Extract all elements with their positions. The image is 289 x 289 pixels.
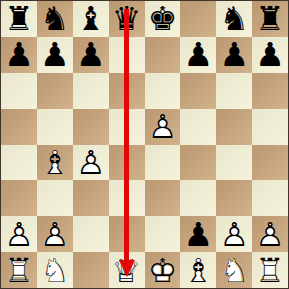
- piece-fill: ♛: [109, 1, 145, 37]
- piece-fill: ♟: [252, 37, 288, 73]
- square-h4[interactable]: [252, 145, 288, 181]
- square-e7[interactable]: [145, 37, 181, 73]
- square-a4[interactable]: [1, 145, 37, 181]
- square-e4[interactable]: [145, 145, 181, 181]
- piece-outline: ♙: [216, 216, 252, 252]
- piece-fill: ♟: [1, 37, 37, 73]
- square-f7[interactable]: ♟: [180, 37, 216, 73]
- square-e8[interactable]: ♚: [145, 1, 181, 37]
- piece-black-bishop[interactable]: ♝: [73, 1, 109, 37]
- square-c4[interactable]: ♟♙: [73, 145, 109, 181]
- square-f5[interactable]: [180, 109, 216, 145]
- square-e3[interactable]: [145, 180, 181, 216]
- piece-black-pawn[interactable]: ♟: [1, 37, 37, 73]
- piece-white-pawn[interactable]: ♟♙: [216, 216, 252, 252]
- square-a8[interactable]: ♜: [1, 1, 37, 37]
- square-b5[interactable]: [37, 109, 73, 145]
- square-f3[interactable]: [180, 180, 216, 216]
- piece-outline: ♖: [1, 252, 37, 288]
- piece-black-pawn[interactable]: ♟: [180, 216, 216, 252]
- piece-white-knight[interactable]: ♞♘: [37, 252, 73, 288]
- square-e2[interactable]: [145, 216, 181, 252]
- square-b4[interactable]: ♝♗: [37, 145, 73, 181]
- square-d1[interactable]: ♛♕: [109, 252, 145, 288]
- piece-fill: ♜: [1, 1, 37, 37]
- square-h5[interactable]: [252, 109, 288, 145]
- piece-black-pawn[interactable]: ♟: [216, 37, 252, 73]
- square-c2[interactable]: [73, 216, 109, 252]
- piece-white-pawn[interactable]: ♟♙: [252, 216, 288, 252]
- piece-outline: ♙: [37, 216, 73, 252]
- square-g7[interactable]: ♟: [216, 37, 252, 73]
- piece-black-king[interactable]: ♚: [145, 1, 181, 37]
- piece-black-pawn[interactable]: ♟: [180, 37, 216, 73]
- piece-outline: ♖: [252, 252, 288, 288]
- square-c5[interactable]: [73, 109, 109, 145]
- square-b7[interactable]: ♟: [37, 37, 73, 73]
- square-a2[interactable]: ♟♙: [1, 216, 37, 252]
- square-h6[interactable]: [252, 73, 288, 109]
- piece-outline: ♕: [109, 252, 145, 288]
- piece-outline: ♙: [73, 145, 109, 181]
- square-a5[interactable]: [1, 109, 37, 145]
- piece-black-rook[interactable]: ♜: [252, 1, 288, 37]
- square-a1[interactable]: ♜♖: [1, 252, 37, 288]
- square-h3[interactable]: [252, 180, 288, 216]
- piece-black-knight[interactable]: ♞: [37, 1, 73, 37]
- square-f2[interactable]: ♟: [180, 216, 216, 252]
- piece-fill: ♝: [73, 1, 109, 37]
- piece-white-pawn[interactable]: ♟♙: [73, 145, 109, 181]
- square-a3[interactable]: [1, 180, 37, 216]
- square-g6[interactable]: [216, 73, 252, 109]
- square-b8[interactable]: ♞: [37, 1, 73, 37]
- square-c6[interactable]: [73, 73, 109, 109]
- square-g3[interactable]: [216, 180, 252, 216]
- square-c3[interactable]: [73, 180, 109, 216]
- piece-white-rook[interactable]: ♜♖: [1, 252, 37, 288]
- square-c1[interactable]: [73, 252, 109, 288]
- piece-white-queen[interactable]: ♛♕: [109, 252, 145, 288]
- square-b1[interactable]: ♞♘: [37, 252, 73, 288]
- piece-outline: ♔: [145, 252, 181, 288]
- piece-outline: ♙: [145, 109, 181, 145]
- piece-white-bishop[interactable]: ♝♗: [37, 145, 73, 181]
- piece-white-pawn[interactable]: ♟♙: [1, 216, 37, 252]
- piece-outline: ♗: [180, 252, 216, 288]
- square-b6[interactable]: [37, 73, 73, 109]
- piece-white-pawn[interactable]: ♟♙: [37, 216, 73, 252]
- square-d3[interactable]: [109, 180, 145, 216]
- square-f6[interactable]: [180, 73, 216, 109]
- piece-black-knight[interactable]: ♞: [216, 1, 252, 37]
- piece-outline: ♙: [1, 216, 37, 252]
- piece-fill: ♞: [37, 1, 73, 37]
- piece-fill: ♟: [180, 216, 216, 252]
- piece-fill: ♞: [216, 1, 252, 37]
- piece-fill: ♚: [145, 1, 181, 37]
- square-b3[interactable]: [37, 180, 73, 216]
- square-a7[interactable]: ♟: [1, 37, 37, 73]
- piece-white-rook[interactable]: ♜♖: [252, 252, 288, 288]
- square-e1[interactable]: ♚♔: [145, 252, 181, 288]
- piece-outline: ♗: [37, 145, 73, 181]
- square-f4[interactable]: [180, 145, 216, 181]
- square-f8[interactable]: [180, 1, 216, 37]
- square-h2[interactable]: ♟♙: [252, 216, 288, 252]
- square-h7[interactable]: ♟: [252, 37, 288, 73]
- piece-fill: ♟: [216, 37, 252, 73]
- square-d6[interactable]: [109, 73, 145, 109]
- square-c7[interactable]: ♟: [73, 37, 109, 73]
- piece-outline: ♘: [37, 252, 73, 288]
- piece-black-queen[interactable]: ♛: [109, 1, 145, 37]
- square-b2[interactable]: ♟♙: [37, 216, 73, 252]
- piece-black-rook[interactable]: ♜: [1, 1, 37, 37]
- square-d7[interactable]: [109, 37, 145, 73]
- piece-outline: ♘: [216, 252, 252, 288]
- square-g1[interactable]: ♞♘: [216, 252, 252, 288]
- piece-black-pawn[interactable]: ♟: [252, 37, 288, 73]
- chess-board-window: ♜♞♝♛♚♞♜♟♟♟♟♟♟♟♙♝♗♟♙♟♙♟♙♟♟♙♟♙♜♖♞♘♛♕♚♔♝♗♞♘…: [0, 0, 289, 289]
- square-d8[interactable]: ♛: [109, 1, 145, 37]
- piece-white-pawn[interactable]: ♟♙: [145, 109, 181, 145]
- piece-white-knight[interactable]: ♞♘: [216, 252, 252, 288]
- square-d4[interactable]: [109, 145, 145, 181]
- piece-white-king[interactable]: ♚♔: [145, 252, 181, 288]
- chess-board: ♜♞♝♛♚♞♜♟♟♟♟♟♟♟♙♝♗♟♙♟♙♟♙♟♟♙♟♙♜♖♞♘♛♕♚♔♝♗♞♘…: [0, 0, 289, 289]
- piece-white-bishop[interactable]: ♝♗: [180, 252, 216, 288]
- piece-fill: ♟: [180, 37, 216, 73]
- square-a6[interactable]: [1, 73, 37, 109]
- piece-fill: ♜: [252, 1, 288, 37]
- square-g2[interactable]: ♟♙: [216, 216, 252, 252]
- square-d5[interactable]: [109, 109, 145, 145]
- square-g5[interactable]: [216, 109, 252, 145]
- piece-fill: ♟: [37, 37, 73, 73]
- square-g8[interactable]: ♞: [216, 1, 252, 37]
- piece-outline: ♙: [252, 216, 288, 252]
- square-h8[interactable]: ♜: [252, 1, 288, 37]
- square-e5[interactable]: ♟♙: [145, 109, 181, 145]
- piece-black-pawn[interactable]: ♟: [73, 37, 109, 73]
- square-h1[interactable]: ♜♖: [252, 252, 288, 288]
- square-d2[interactable]: [109, 216, 145, 252]
- square-c8[interactable]: ♝: [73, 1, 109, 37]
- piece-fill: ♟: [73, 37, 109, 73]
- square-g4[interactable]: [216, 145, 252, 181]
- square-e6[interactable]: [145, 73, 181, 109]
- piece-black-pawn[interactable]: ♟: [37, 37, 73, 73]
- square-f1[interactable]: ♝♗: [180, 252, 216, 288]
